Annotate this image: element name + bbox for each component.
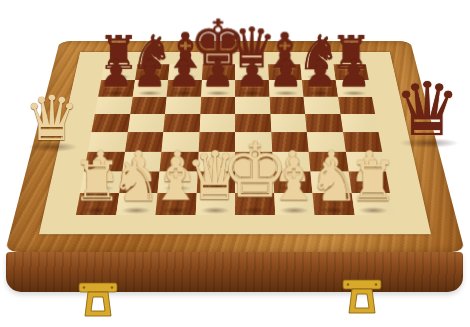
piece-shadow — [399, 138, 459, 148]
piece-black-pawn[interactable]: ♟ — [99, 55, 133, 93]
piece-black-pawn[interactable]: ♟ — [201, 55, 235, 93]
piece-black-pawn[interactable]: ♟ — [133, 55, 167, 93]
piece-black-pawn[interactable]: ♟ — [167, 55, 201, 93]
piece-black-pawn[interactable]: ♟ — [303, 55, 337, 93]
square-g7[interactable]: ♟ — [302, 80, 338, 97]
square-g6[interactable] — [303, 97, 340, 114]
square-c7[interactable]: ♟ — [167, 80, 202, 97]
piece-black-pawn[interactable]: ♟ — [269, 55, 303, 93]
brass-latch-right-icon[interactable] — [342, 279, 382, 317]
square-g5[interactable] — [305, 114, 343, 132]
piece-white-rook[interactable]: ♜ — [349, 154, 399, 209]
square-d7[interactable]: ♟ — [201, 80, 235, 97]
square-b7[interactable]: ♟ — [132, 80, 168, 97]
square-h7[interactable]: ♟ — [335, 80, 372, 97]
square-a7[interactable]: ♟ — [98, 80, 135, 97]
square-a6[interactable] — [95, 97, 132, 114]
square-d6[interactable] — [200, 97, 235, 114]
square-a5[interactable] — [91, 114, 129, 132]
square-b5[interactable] — [127, 114, 165, 132]
square-c6[interactable] — [165, 97, 201, 114]
spare-black-queen[interactable]: ♛ — [394, 72, 460, 146]
square-e6[interactable] — [235, 97, 270, 114]
piece-black-pawn[interactable]: ♟ — [337, 55, 371, 93]
brass-latch-left-icon[interactable] — [78, 282, 118, 320]
box-front-edge — [6, 252, 463, 292]
square-f6[interactable] — [269, 97, 305, 114]
square-e7[interactable]: ♟ — [235, 80, 269, 97]
board-inner-border: ♜♞♝♚♛♝♞♜♟♟♟♟♟♟♟♟♟♟♟♟♟♟♟♟♜♞♝♛♚♝♞♜ — [39, 52, 431, 235]
square-c5[interactable] — [163, 114, 200, 132]
board-squares: ♜♞♝♚♛♝♞♜♟♟♟♟♟♟♟♟♟♟♟♟♟♟♟♟♜♞♝♛♚♝♞♜ — [76, 64, 394, 215]
square-h1[interactable]: ♜ — [351, 193, 394, 215]
square-b6[interactable] — [130, 97, 167, 114]
square-f7[interactable]: ♟ — [268, 80, 303, 97]
spare-white-queen[interactable]: ♛ — [24, 88, 80, 150]
square-h5[interactable] — [340, 114, 378, 132]
chess-set-photo: ♜♞♝♚♛♝♞♜♟♟♟♟♟♟♟♟♟♟♟♟♟♟♟♟♜♞♝♛♚♝♞♜ ♛ ♛ — [0, 0, 470, 327]
piece-shadow — [28, 142, 78, 152]
piece-black-pawn[interactable]: ♟ — [235, 55, 269, 93]
square-h6[interactable] — [338, 97, 375, 114]
